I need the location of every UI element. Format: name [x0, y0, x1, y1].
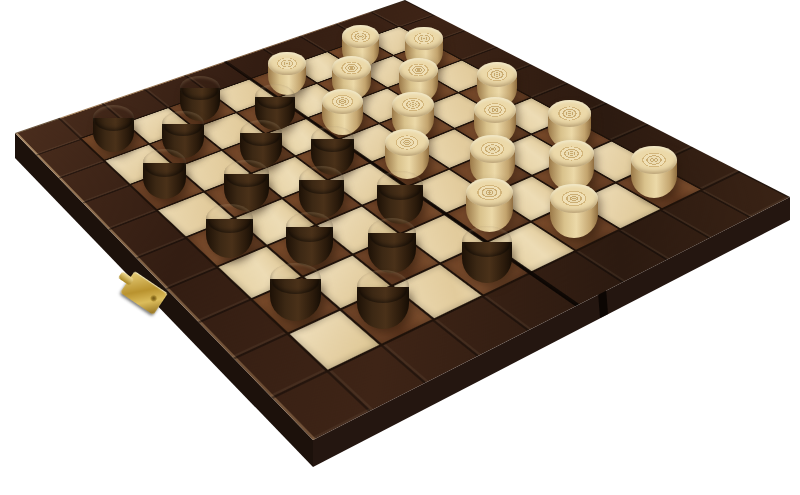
checker-piece-dark[interactable]: [299, 166, 344, 218]
checker-piece-dark[interactable]: [462, 226, 512, 283]
checker-piece-dark[interactable]: [206, 204, 253, 258]
checker-piece-dark[interactable]: [224, 160, 268, 211]
checker-piece-dark[interactable]: [368, 218, 417, 274]
checker-piece-dark[interactable]: [286, 212, 334, 267]
board-scene: [0, 0, 800, 495]
checker-piece-dark[interactable]: [270, 263, 321, 321]
checker-piece-light[interactable]: [466, 178, 513, 231]
checker-piece-light[interactable]: [550, 184, 598, 238]
checker-piece-dark[interactable]: [357, 270, 409, 329]
checker-piece-dark[interactable]: [377, 171, 423, 223]
checker-piece-dark[interactable]: [93, 105, 134, 152]
checker-piece-light[interactable]: [631, 146, 677, 198]
checker-piece-dark[interactable]: [143, 149, 187, 199]
